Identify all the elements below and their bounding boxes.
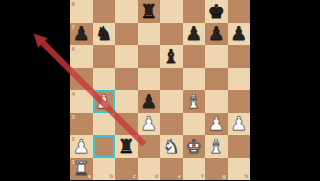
file-label-f: f [202, 173, 204, 179]
square-g6[interactable] [205, 45, 228, 68]
square-c3[interactable] [115, 113, 138, 136]
white-pawn[interactable]: ♟ [138, 113, 161, 136]
square-e3[interactable] [160, 113, 183, 136]
square-b2[interactable] [93, 135, 116, 158]
square-h1[interactable]: h [228, 158, 251, 181]
black-knight[interactable]: ♞ [93, 23, 116, 46]
black-pawn[interactable]: ♟ [70, 23, 93, 46]
square-b6[interactable] [93, 45, 116, 68]
black-king[interactable]: ♚ [205, 0, 228, 23]
square-g7[interactable]: ♟ [205, 23, 228, 46]
black-pawn[interactable]: ♟ [138, 90, 161, 113]
rank-label-3: 3 [72, 114, 75, 120]
square-f7[interactable]: ♟ [183, 23, 206, 46]
square-h8[interactable] [228, 0, 251, 23]
square-d2[interactable] [138, 135, 161, 158]
square-e8[interactable] [160, 0, 183, 23]
square-g2[interactable]: ♝ [205, 135, 228, 158]
app-background: 8♜♚7♟♞♟♟♟6♝54♟♟♝3♟♟♟2♟♜♞♚♝1a♜bcdefgh [0, 0, 320, 180]
square-g8[interactable]: ♚ [205, 0, 228, 23]
black-pawn[interactable]: ♟ [228, 23, 251, 46]
square-b8[interactable] [93, 0, 116, 23]
square-e7[interactable] [160, 23, 183, 46]
square-f8[interactable] [183, 0, 206, 23]
square-f1[interactable]: f [183, 158, 206, 181]
square-f4[interactable]: ♝ [183, 90, 206, 113]
square-a2[interactable]: 2♟ [70, 135, 93, 158]
square-a5[interactable]: 5 [70, 68, 93, 91]
square-c2[interactable]: ♜ [115, 135, 138, 158]
black-pawn[interactable]: ♟ [183, 23, 206, 46]
square-a8[interactable]: 8 [70, 0, 93, 23]
white-pawn[interactable]: ♟ [205, 113, 228, 136]
square-c8[interactable] [115, 0, 138, 23]
square-c4[interactable] [115, 90, 138, 113]
rank-label-6: 6 [72, 46, 75, 52]
square-e4[interactable] [160, 90, 183, 113]
file-label-e: e [178, 173, 181, 179]
square-d1[interactable]: d [138, 158, 161, 181]
rank-label-5: 5 [72, 69, 75, 75]
square-a7[interactable]: 7♟ [70, 23, 93, 46]
square-e2[interactable]: ♞ [160, 135, 183, 158]
square-b4[interactable]: ♟ [93, 90, 116, 113]
white-bishop[interactable]: ♝ [183, 90, 206, 113]
square-d6[interactable] [138, 45, 161, 68]
square-a3[interactable]: 3 [70, 113, 93, 136]
file-label-c: c [133, 173, 136, 179]
square-e5[interactable] [160, 68, 183, 91]
square-f6[interactable] [183, 45, 206, 68]
square-e6[interactable]: ♝ [160, 45, 183, 68]
white-pawn[interactable]: ♟ [70, 135, 93, 158]
file-label-h: h [245, 173, 249, 179]
square-g4[interactable] [205, 90, 228, 113]
white-rook[interactable]: ♜ [70, 158, 93, 181]
black-rook[interactable]: ♜ [138, 0, 161, 23]
square-d7[interactable] [138, 23, 161, 46]
square-h6[interactable] [228, 45, 251, 68]
rank-label-4: 4 [72, 91, 75, 97]
square-f2[interactable]: ♚ [183, 135, 206, 158]
white-knight[interactable]: ♞ [160, 135, 183, 158]
white-pawn[interactable]: ♟ [228, 113, 251, 136]
rank-label-8: 8 [72, 1, 75, 7]
square-a1[interactable]: 1a♜ [70, 158, 93, 181]
square-h2[interactable] [228, 135, 251, 158]
square-c5[interactable] [115, 68, 138, 91]
square-h4[interactable] [228, 90, 251, 113]
square-g3[interactable]: ♟ [205, 113, 228, 136]
square-b3[interactable] [93, 113, 116, 136]
square-d5[interactable] [138, 68, 161, 91]
black-bishop[interactable]: ♝ [160, 45, 183, 68]
square-b1[interactable]: b [93, 158, 116, 181]
square-h3[interactable]: ♟ [228, 113, 251, 136]
square-d4[interactable]: ♟ [138, 90, 161, 113]
white-bishop[interactable]: ♝ [205, 135, 228, 158]
square-g5[interactable] [205, 68, 228, 91]
square-h5[interactable] [228, 68, 251, 91]
black-rook[interactable]: ♜ [115, 135, 138, 158]
board: 8♜♚7♟♞♟♟♟6♝54♟♟♝3♟♟♟2♟♜♞♚♝1a♜bcdefgh [70, 0, 250, 180]
black-pawn[interactable]: ♟ [205, 23, 228, 46]
square-c6[interactable] [115, 45, 138, 68]
file-label-d: d [155, 173, 159, 179]
square-b7[interactable]: ♞ [93, 23, 116, 46]
square-c1[interactable]: c [115, 158, 138, 181]
square-d8[interactable]: ♜ [138, 0, 161, 23]
square-b5[interactable] [93, 68, 116, 91]
square-a4[interactable]: 4 [70, 90, 93, 113]
white-pawn[interactable]: ♟ [93, 90, 116, 113]
square-g1[interactable]: g [205, 158, 228, 181]
file-label-g: g [222, 173, 226, 179]
square-e1[interactable]: e [160, 158, 183, 181]
white-king[interactable]: ♚ [183, 135, 206, 158]
square-d3[interactable]: ♟ [138, 113, 161, 136]
square-h7[interactable]: ♟ [228, 23, 251, 46]
square-a6[interactable]: 6 [70, 45, 93, 68]
file-label-b: b [110, 173, 114, 179]
square-f5[interactable] [183, 68, 206, 91]
square-c7[interactable] [115, 23, 138, 46]
square-f3[interactable] [183, 113, 206, 136]
